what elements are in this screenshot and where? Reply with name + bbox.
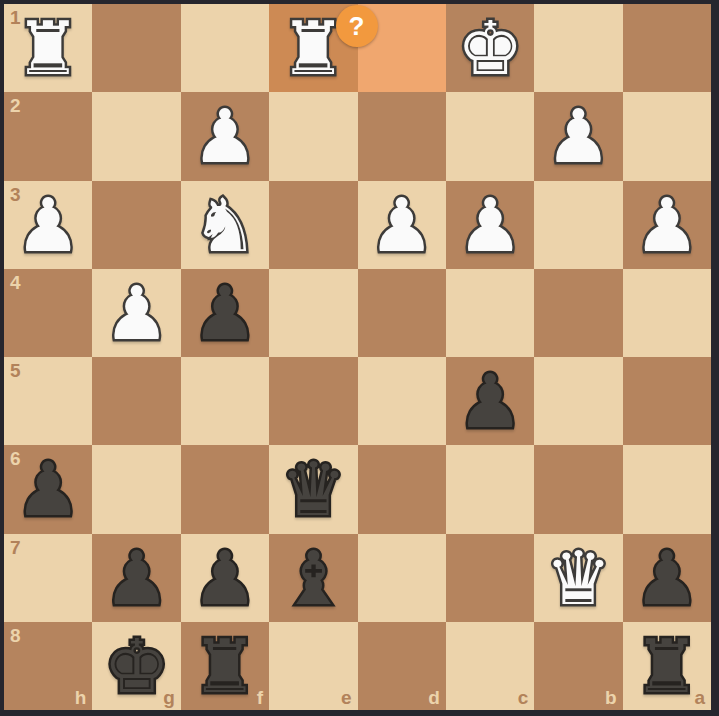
square-e5[interactable] [269, 357, 357, 445]
square-c7[interactable] [446, 534, 534, 622]
square-d5[interactable] [358, 357, 446, 445]
square-f6[interactable] [181, 445, 269, 533]
black-bishop[interactable]: ♝ [280, 541, 346, 615]
square-f8[interactable]: f♜ [181, 622, 269, 710]
black-queen[interactable]: ♛ [280, 452, 346, 526]
square-b1[interactable] [534, 4, 622, 92]
square-f1[interactable] [181, 4, 269, 92]
file-label-c: c [518, 687, 529, 709]
file-label-h: h [75, 687, 87, 709]
square-b2[interactable]: ♟ [534, 92, 622, 180]
square-c8[interactable]: c [446, 622, 534, 710]
square-f5[interactable] [181, 357, 269, 445]
square-h4[interactable]: 4 [4, 269, 92, 357]
square-b4[interactable] [534, 269, 622, 357]
square-g8[interactable]: g♚ [92, 622, 180, 710]
rank-label-7: 7 [10, 537, 21, 559]
rank-label-8: 8 [10, 625, 21, 647]
black-pawn[interactable]: ♟ [457, 364, 523, 438]
square-h8[interactable]: 8h [4, 622, 92, 710]
square-a3[interactable]: ♟ [623, 181, 711, 269]
square-c3[interactable]: ♟ [446, 181, 534, 269]
square-f4[interactable]: ♟ [181, 269, 269, 357]
square-c4[interactable] [446, 269, 534, 357]
rank-label-4: 4 [10, 272, 21, 294]
white-pawn[interactable]: ♟ [634, 188, 700, 262]
white-pawn[interactable]: ♟ [457, 188, 523, 262]
square-d6[interactable] [358, 445, 446, 533]
black-rook[interactable]: ♜ [192, 629, 258, 703]
rank-label-5: 5 [10, 360, 21, 382]
square-d2[interactable] [358, 92, 446, 180]
black-rook[interactable]: ♜ [634, 629, 700, 703]
black-king[interactable]: ♚ [103, 629, 169, 703]
square-f7[interactable]: ♟ [181, 534, 269, 622]
square-h3[interactable]: 3♟ [4, 181, 92, 269]
square-d3[interactable]: ♟ [358, 181, 446, 269]
white-king[interactable]: ♚ [457, 11, 523, 85]
square-d7[interactable] [358, 534, 446, 622]
chess-board: 1♜♜?♚2♟♟3♟♞♟♟♟4♟♟5♟6♟♛7♟♟♝♛♟8hg♚f♜edcba♜ [4, 4, 711, 710]
file-label-a: a [694, 687, 705, 709]
black-pawn[interactable]: ♟ [192, 276, 258, 350]
white-pawn[interactable]: ♟ [15, 188, 81, 262]
file-label-f: f [257, 687, 263, 709]
square-g7[interactable]: ♟ [92, 534, 180, 622]
white-rook[interactable]: ♜ [15, 11, 81, 85]
rank-label-6: 6 [10, 448, 21, 470]
square-h7[interactable]: 7 [4, 534, 92, 622]
rank-label-3: 3 [10, 184, 21, 206]
square-h6[interactable]: 6♟ [4, 445, 92, 533]
square-c2[interactable] [446, 92, 534, 180]
square-h5[interactable]: 5 [4, 357, 92, 445]
square-e3[interactable] [269, 181, 357, 269]
black-pawn[interactable]: ♟ [634, 541, 700, 615]
square-c6[interactable] [446, 445, 534, 533]
square-g2[interactable] [92, 92, 180, 180]
file-label-d: d [428, 687, 440, 709]
rank-label-2: 2 [10, 95, 21, 117]
square-c1[interactable]: ♚ [446, 4, 534, 92]
square-d8[interactable]: d [358, 622, 446, 710]
white-knight[interactable]: ♞ [192, 188, 258, 262]
square-e8[interactable]: e [269, 622, 357, 710]
square-g1[interactable] [92, 4, 180, 92]
square-f3[interactable]: ♞ [181, 181, 269, 269]
square-a6[interactable] [623, 445, 711, 533]
white-pawn[interactable]: ♟ [103, 276, 169, 350]
square-e6[interactable]: ♛ [269, 445, 357, 533]
square-a8[interactable]: a♜ [623, 622, 711, 710]
square-a5[interactable] [623, 357, 711, 445]
square-a4[interactable] [623, 269, 711, 357]
square-h2[interactable]: 2 [4, 92, 92, 180]
square-b7[interactable]: ♛ [534, 534, 622, 622]
square-e2[interactable] [269, 92, 357, 180]
square-e4[interactable] [269, 269, 357, 357]
file-label-b: b [605, 687, 617, 709]
square-a2[interactable] [623, 92, 711, 180]
square-b3[interactable] [534, 181, 622, 269]
square-b8[interactable]: b [534, 622, 622, 710]
square-b5[interactable] [534, 357, 622, 445]
square-e1[interactable]: ♜? [269, 4, 357, 92]
white-pawn[interactable]: ♟ [369, 188, 435, 262]
mistake-badge: ? [336, 5, 378, 47]
square-g5[interactable] [92, 357, 180, 445]
white-pawn[interactable]: ♟ [545, 99, 611, 173]
square-g4[interactable]: ♟ [92, 269, 180, 357]
square-e7[interactable]: ♝ [269, 534, 357, 622]
black-pawn[interactable]: ♟ [103, 541, 169, 615]
white-pawn[interactable]: ♟ [192, 99, 258, 173]
square-c5[interactable]: ♟ [446, 357, 534, 445]
square-d4[interactable] [358, 269, 446, 357]
square-f2[interactable]: ♟ [181, 92, 269, 180]
square-h1[interactable]: 1♜ [4, 4, 92, 92]
white-queen[interactable]: ♛ [545, 541, 611, 615]
black-pawn[interactable]: ♟ [15, 452, 81, 526]
square-a1[interactable] [623, 4, 711, 92]
square-g3[interactable] [92, 181, 180, 269]
black-pawn[interactable]: ♟ [192, 541, 258, 615]
file-label-e: e [341, 687, 352, 709]
square-g6[interactable] [92, 445, 180, 533]
square-a7[interactable]: ♟ [623, 534, 711, 622]
rank-label-1: 1 [10, 7, 21, 29]
file-label-g: g [163, 687, 175, 709]
square-b6[interactable] [534, 445, 622, 533]
